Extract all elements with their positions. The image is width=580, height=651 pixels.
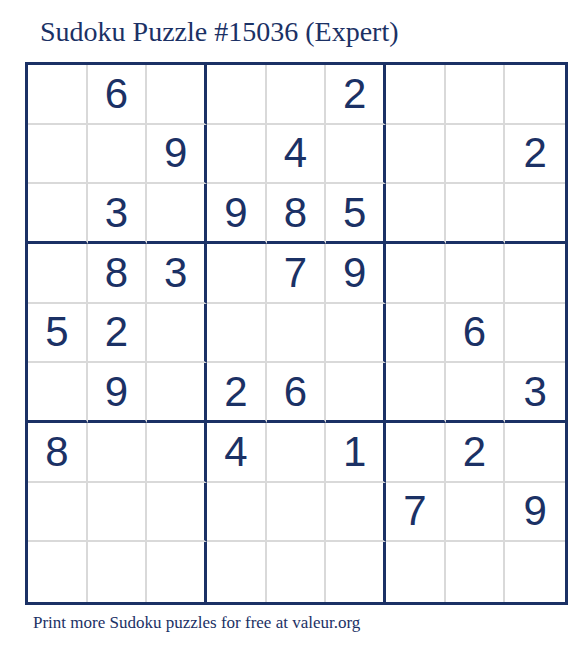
cell-r1c8[interactable] — [446, 65, 506, 125]
cell-r2c4[interactable] — [207, 125, 267, 185]
cell-r4c3: 3 — [147, 244, 207, 304]
cell-r3c2: 3 — [88, 184, 148, 244]
cell-r3c7[interactable] — [386, 184, 446, 244]
page-title: Sudoku Puzzle #15036 (Expert) — [40, 16, 399, 48]
cell-r6c1[interactable] — [28, 363, 88, 423]
cell-r5c1: 5 — [28, 304, 88, 364]
cell-r8c4[interactable] — [207, 483, 267, 543]
cell-r5c5[interactable] — [267, 304, 327, 364]
cell-r1c5[interactable] — [267, 65, 327, 125]
cell-r3c8[interactable] — [446, 184, 506, 244]
cell-r4c9[interactable] — [505, 244, 565, 304]
cell-r4c8[interactable] — [446, 244, 506, 304]
cell-r2c5: 4 — [267, 125, 327, 185]
cell-r9c7[interactable] — [386, 542, 446, 602]
cell-r5c4[interactable] — [207, 304, 267, 364]
cell-r8c5[interactable] — [267, 483, 327, 543]
cell-r8c8[interactable] — [446, 483, 506, 543]
cell-r9c9[interactable] — [505, 542, 565, 602]
cell-r8c2[interactable] — [88, 483, 148, 543]
cell-r5c2: 2 — [88, 304, 148, 364]
cell-r1c3[interactable] — [147, 65, 207, 125]
cell-r3c4: 9 — [207, 184, 267, 244]
cell-r3c9[interactable] — [505, 184, 565, 244]
cell-r9c6[interactable] — [326, 542, 386, 602]
cell-r4c7[interactable] — [386, 244, 446, 304]
cell-r4c5: 7 — [267, 244, 327, 304]
cell-r5c3[interactable] — [147, 304, 207, 364]
cell-r5c9[interactable] — [505, 304, 565, 364]
cell-r7c9[interactable] — [505, 423, 565, 483]
cell-r4c2: 8 — [88, 244, 148, 304]
cell-r7c7[interactable] — [386, 423, 446, 483]
cell-r9c2[interactable] — [88, 542, 148, 602]
cell-r7c5[interactable] — [267, 423, 327, 483]
cell-r5c8: 6 — [446, 304, 506, 364]
cell-r6c3[interactable] — [147, 363, 207, 423]
cell-r9c8[interactable] — [446, 542, 506, 602]
cell-r6c9: 3 — [505, 363, 565, 423]
cell-r2c2[interactable] — [88, 125, 148, 185]
cell-r2c7[interactable] — [386, 125, 446, 185]
footer-text: Print more Sudoku puzzles for free at va… — [33, 613, 360, 633]
cell-r4c4[interactable] — [207, 244, 267, 304]
cell-r6c2: 9 — [88, 363, 148, 423]
cell-r9c3[interactable] — [147, 542, 207, 602]
cell-r5c7[interactable] — [386, 304, 446, 364]
cell-r2c9: 2 — [505, 125, 565, 185]
cell-r8c9: 9 — [505, 483, 565, 543]
cell-r1c1[interactable] — [28, 65, 88, 125]
cell-r9c5[interactable] — [267, 542, 327, 602]
cell-r8c6[interactable] — [326, 483, 386, 543]
cell-r2c1[interactable] — [28, 125, 88, 185]
cell-r3c3[interactable] — [147, 184, 207, 244]
cell-r6c7[interactable] — [386, 363, 446, 423]
cell-r1c2: 6 — [88, 65, 148, 125]
cell-r7c2[interactable] — [88, 423, 148, 483]
cell-r3c6: 5 — [326, 184, 386, 244]
cell-r8c1[interactable] — [28, 483, 88, 543]
cell-r3c1[interactable] — [28, 184, 88, 244]
cell-r2c6[interactable] — [326, 125, 386, 185]
cell-r9c4[interactable] — [207, 542, 267, 602]
cell-r1c4[interactable] — [207, 65, 267, 125]
cell-r8c7: 7 — [386, 483, 446, 543]
cell-r2c3: 9 — [147, 125, 207, 185]
cell-r3c5: 8 — [267, 184, 327, 244]
cell-r7c8: 2 — [446, 423, 506, 483]
cell-r4c6: 9 — [326, 244, 386, 304]
cell-r7c3[interactable] — [147, 423, 207, 483]
cell-r9c1[interactable] — [28, 542, 88, 602]
cell-r6c5: 6 — [267, 363, 327, 423]
cell-r1c9[interactable] — [505, 65, 565, 125]
cell-r4c1[interactable] — [28, 244, 88, 304]
cell-r7c1: 8 — [28, 423, 88, 483]
cell-r7c6: 1 — [326, 423, 386, 483]
cell-r6c6[interactable] — [326, 363, 386, 423]
cell-r6c4: 2 — [207, 363, 267, 423]
cell-r5c6[interactable] — [326, 304, 386, 364]
cell-r8c3[interactable] — [147, 483, 207, 543]
cell-r7c4: 4 — [207, 423, 267, 483]
cell-r1c7[interactable] — [386, 65, 446, 125]
sudoku-board: 62942398583795269263841279 — [25, 62, 568, 605]
cell-r2c8[interactable] — [446, 125, 506, 185]
cell-r1c6: 2 — [326, 65, 386, 125]
cell-r6c8[interactable] — [446, 363, 506, 423]
